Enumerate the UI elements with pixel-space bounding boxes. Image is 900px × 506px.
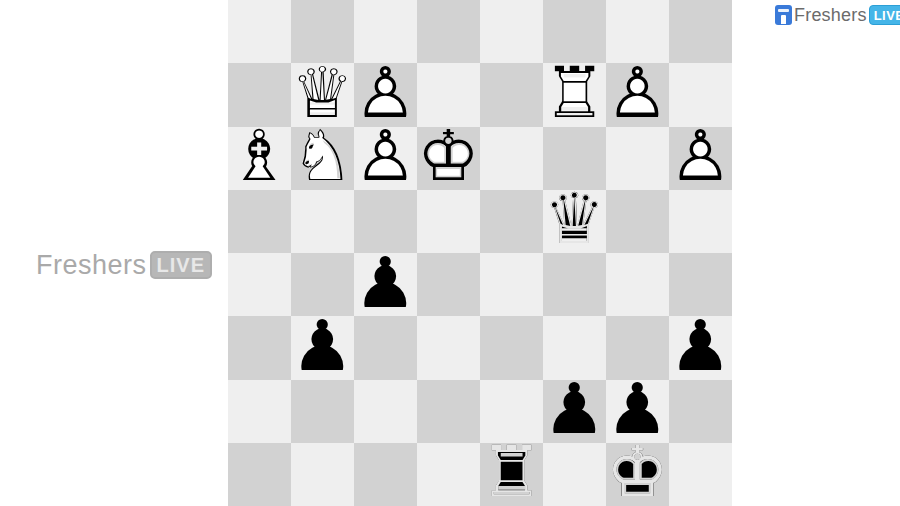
- fresherslive-logo[interactable]: Freshers LIVE: [775, 4, 900, 26]
- square-g4[interactable]: [606, 253, 669, 316]
- piece-detail: ♖: [480, 441, 543, 504]
- square-d2[interactable]: [417, 380, 480, 443]
- square-e1[interactable]: ♜♖: [480, 443, 543, 506]
- square-g7[interactable]: ♟♙: [606, 63, 669, 126]
- square-d3[interactable]: [417, 316, 480, 379]
- square-e7[interactable]: [480, 63, 543, 126]
- logo-icon-notch: [778, 9, 789, 12]
- watermark: Freshers LIVE: [36, 249, 212, 281]
- watermark-brand-text: Freshers: [36, 250, 147, 281]
- black-rook-e1[interactable]: ♜♖: [480, 443, 543, 506]
- square-a2[interactable]: [228, 380, 291, 443]
- square-b6[interactable]: ♞♘: [291, 127, 354, 190]
- square-g1[interactable]: ♚♔: [606, 443, 669, 506]
- white-rook-f7[interactable]: ♜♖: [543, 63, 606, 126]
- piece-outline: ♖: [543, 61, 606, 124]
- white-bishop-a6[interactable]: ♝♗: [228, 127, 291, 190]
- watermark-live-badge: LIVE: [150, 251, 212, 279]
- square-a8[interactable]: [228, 0, 291, 63]
- piece-fill: ♟: [291, 314, 354, 377]
- piece-detail: ♕: [543, 188, 606, 251]
- square-e5[interactable]: [480, 190, 543, 253]
- piece-fill: ♟: [669, 314, 732, 377]
- square-a6[interactable]: ♝♗: [228, 127, 291, 190]
- square-d8[interactable]: [417, 0, 480, 63]
- fresherslive-logo-icon: [775, 5, 792, 25]
- piece-outline: ♙: [606, 61, 669, 124]
- square-c3[interactable]: [354, 316, 417, 379]
- square-a3[interactable]: [228, 316, 291, 379]
- black-pawn-c4[interactable]: ♟: [354, 253, 417, 316]
- square-h8[interactable]: [669, 0, 732, 63]
- square-e4[interactable]: [480, 253, 543, 316]
- piece-outline: ♘: [291, 125, 354, 188]
- square-d1[interactable]: [417, 443, 480, 506]
- square-c2[interactable]: [354, 380, 417, 443]
- square-e3[interactable]: [480, 316, 543, 379]
- white-pawn-h6[interactable]: ♟♙: [669, 127, 732, 190]
- logo-icon-door: [781, 15, 786, 24]
- square-a4[interactable]: [228, 253, 291, 316]
- square-a1[interactable]: [228, 443, 291, 506]
- square-f2[interactable]: ♟: [543, 380, 606, 443]
- square-b5[interactable]: [291, 190, 354, 253]
- piece-outline: ♙: [669, 125, 732, 188]
- white-king-d6[interactable]: ♚♔: [417, 127, 480, 190]
- square-f4[interactable]: [543, 253, 606, 316]
- piece-fill: ♟: [354, 251, 417, 314]
- square-e8[interactable]: [480, 0, 543, 63]
- square-d6[interactable]: ♚♔: [417, 127, 480, 190]
- square-d5[interactable]: [417, 190, 480, 253]
- piece-outline: ♗: [228, 125, 291, 188]
- black-queen-f5[interactable]: ♛♕: [543, 190, 606, 253]
- chess-board: ♛♕♟♙♜♖♟♙♝♗♞♘♟♙♚♔♟♙♛♕♟♟♟♟♟♜♖♚♔: [228, 0, 732, 506]
- piece-detail: ♔: [606, 441, 669, 504]
- piece-fill: ♟: [543, 378, 606, 441]
- square-h6[interactable]: ♟♙: [669, 127, 732, 190]
- white-knight-b6[interactable]: ♞♘: [291, 127, 354, 190]
- square-b1[interactable]: [291, 443, 354, 506]
- square-f7[interactable]: ♜♖: [543, 63, 606, 126]
- square-f1[interactable]: [543, 443, 606, 506]
- square-d4[interactable]: [417, 253, 480, 316]
- square-b2[interactable]: [291, 380, 354, 443]
- logo-brand-text: Freshers: [794, 5, 867, 26]
- square-a5[interactable]: [228, 190, 291, 253]
- black-pawn-f2[interactable]: ♟: [543, 380, 606, 443]
- square-e6[interactable]: [480, 127, 543, 190]
- square-h2[interactable]: [669, 380, 732, 443]
- white-pawn-c6[interactable]: ♟♙: [354, 127, 417, 190]
- square-h1[interactable]: [669, 443, 732, 506]
- logo-live-badge: LIVE: [869, 5, 900, 25]
- black-pawn-h3[interactable]: ♟: [669, 316, 732, 379]
- white-pawn-g7[interactable]: ♟♙: [606, 63, 669, 126]
- square-h3[interactable]: ♟: [669, 316, 732, 379]
- square-c6[interactable]: ♟♙: [354, 127, 417, 190]
- square-c1[interactable]: [354, 443, 417, 506]
- square-f5[interactable]: ♛♕: [543, 190, 606, 253]
- piece-outline: ♔: [417, 125, 480, 188]
- black-pawn-b3[interactable]: ♟: [291, 316, 354, 379]
- black-king-g1[interactable]: ♚♔: [606, 443, 669, 506]
- square-c4[interactable]: ♟: [354, 253, 417, 316]
- square-g6[interactable]: [606, 127, 669, 190]
- square-g5[interactable]: [606, 190, 669, 253]
- square-b3[interactable]: ♟: [291, 316, 354, 379]
- piece-outline: ♙: [354, 125, 417, 188]
- square-h5[interactable]: [669, 190, 732, 253]
